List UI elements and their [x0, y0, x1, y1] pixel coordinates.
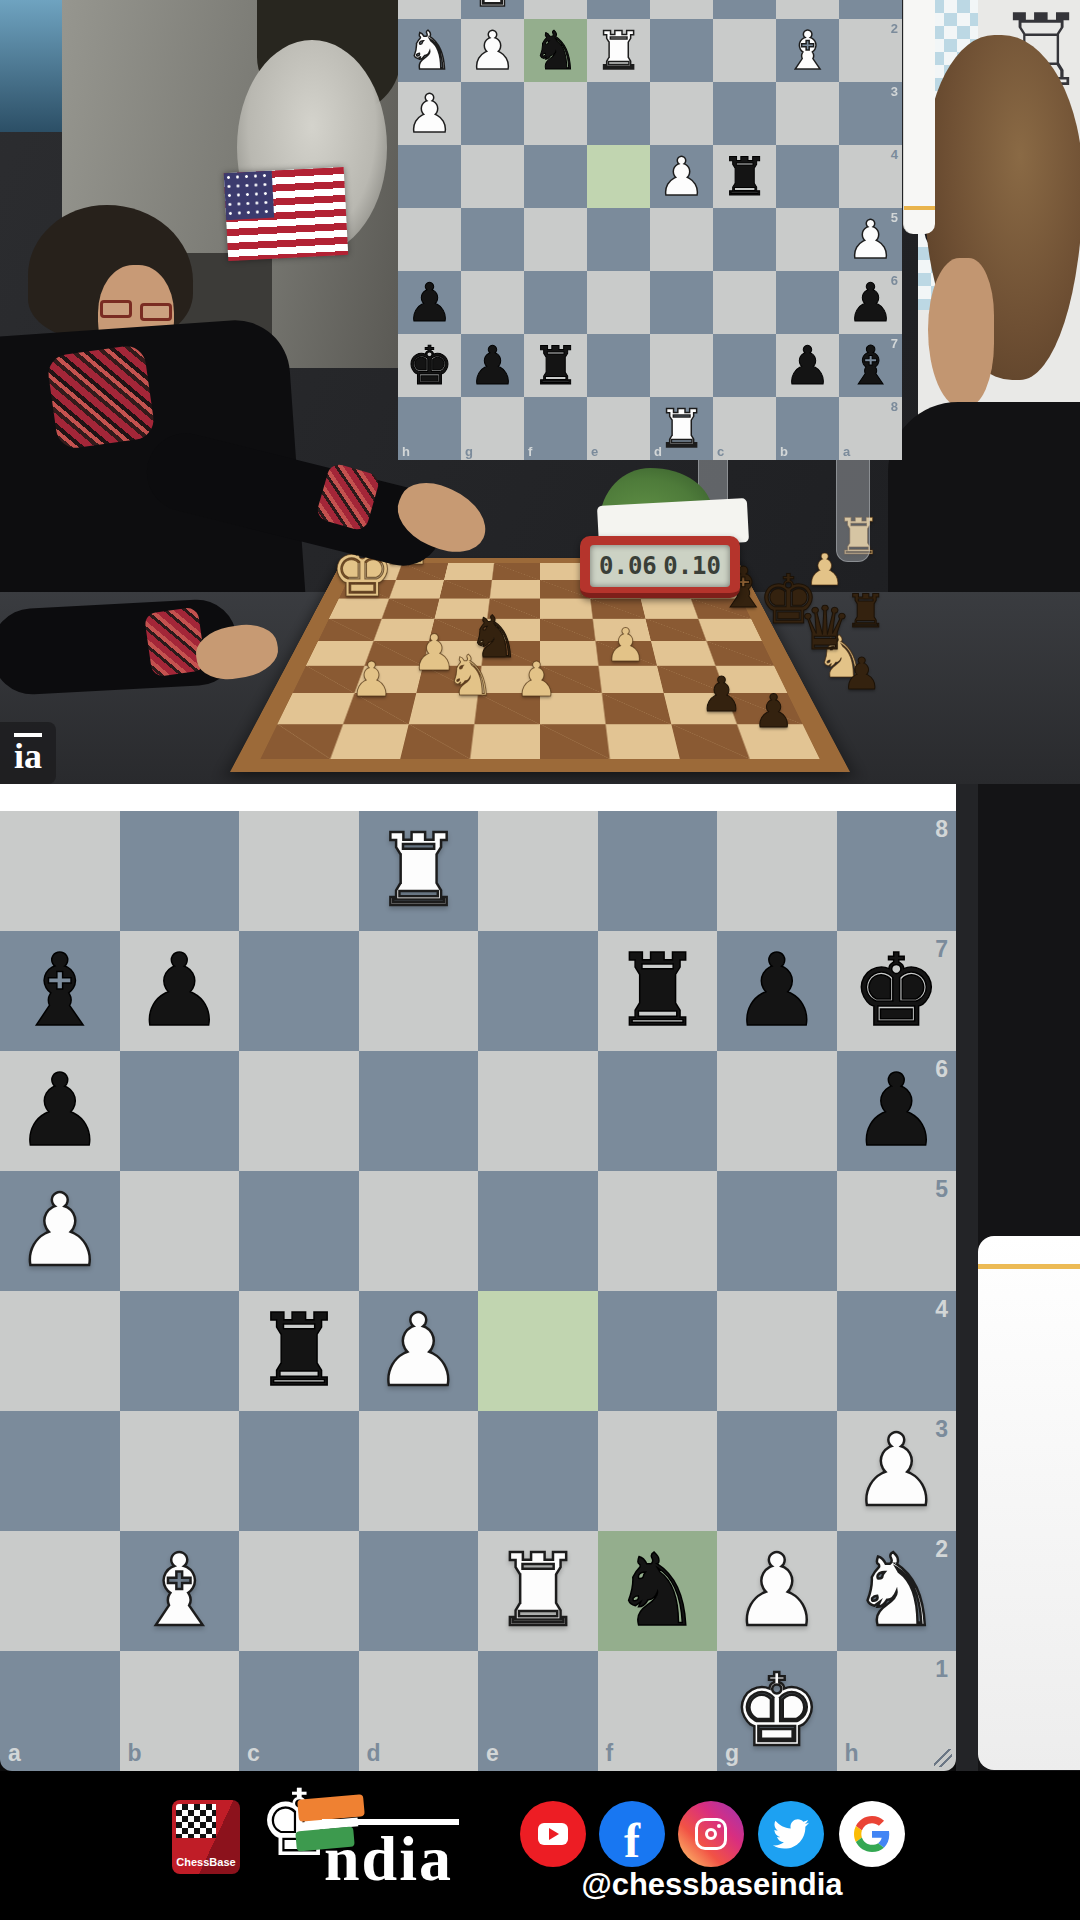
square-g1[interactable]: g♚	[717, 1651, 837, 1771]
square-a2[interactable]: 2	[839, 19, 902, 82]
clock-left-time: 0.06	[599, 552, 657, 580]
square-g8[interactable]: g	[461, 397, 524, 460]
square-c7[interactable]	[713, 334, 776, 397]
white-rook-d8[interactable]: ♜	[359, 811, 479, 931]
square-g3[interactable]	[717, 1411, 837, 1531]
clock-right-time: 0.10	[663, 552, 721, 580]
square-c4[interactable]: ♜	[239, 1291, 359, 1411]
glasses-left-lens	[100, 300, 132, 318]
square-b8[interactable]	[120, 811, 240, 931]
square-c6[interactable]	[713, 271, 776, 334]
white-pawn-d4[interactable]: ♟	[359, 1291, 479, 1411]
square-f5[interactable]	[524, 208, 587, 271]
square-g7[interactable]: ♟	[717, 931, 837, 1051]
file-label-e: e	[591, 444, 598, 459]
square-b2[interactable]: ♝	[120, 1531, 240, 1651]
square-a8[interactable]	[0, 811, 120, 931]
square-f7[interactable]: ♜	[524, 334, 587, 397]
twitter-bird-glyph	[773, 1816, 809, 1852]
square-d3[interactable]	[359, 1411, 479, 1531]
file-label-a: a	[843, 444, 850, 459]
square-g4[interactable]	[461, 145, 524, 208]
black-king-h7[interactable]: ♚	[398, 334, 461, 397]
square-h4[interactable]: 4	[837, 1291, 957, 1411]
google-g-glyph	[854, 1816, 890, 1852]
square-b1[interactable]: b	[120, 1651, 240, 1771]
square-f4[interactable]	[598, 1291, 718, 1411]
square-f3[interactable]	[598, 1411, 718, 1531]
accent-line	[904, 206, 935, 210]
white-knight-h2[interactable]: ♞	[398, 19, 461, 82]
square-d7[interactable]	[650, 334, 713, 397]
square-e6[interactable]	[478, 1051, 598, 1171]
india-logo-text: ndia	[322, 1819, 459, 1891]
square-d5[interactable]	[359, 1171, 479, 1291]
youtube-play-shape	[538, 1823, 568, 1845]
square-f6[interactable]	[524, 271, 587, 334]
square-a3[interactable]: 3	[839, 82, 902, 145]
square-e5[interactable]	[478, 1171, 598, 1291]
black-rook-c4[interactable]: ♜	[713, 145, 776, 208]
chessbase-logo-text: ChessBase	[172, 1856, 240, 1868]
square-c5[interactable]	[239, 1171, 359, 1291]
square-a7[interactable]: ♝	[0, 931, 120, 1051]
file-label-f: f	[606, 1740, 614, 1767]
square-g3[interactable]	[461, 82, 524, 145]
square-c2[interactable]	[239, 1531, 359, 1651]
wooden-cream-pawn: ♟	[515, 655, 558, 703]
white-king-g1[interactable]: ♚	[461, 0, 524, 19]
black-bishop-a7[interactable]: ♝	[0, 931, 120, 1051]
rank-label-2: 2	[891, 21, 898, 36]
square-a8[interactable]: 8a	[839, 397, 902, 460]
glasses-right-lens	[140, 303, 172, 321]
square-e5[interactable]	[587, 208, 650, 271]
instagram-camera-shape	[695, 1818, 727, 1850]
square-e4[interactable]	[587, 145, 650, 208]
black-king-h7[interactable]: ♚	[837, 931, 957, 1051]
left-player-cuff	[144, 607, 206, 678]
square-b7[interactable]: ♟	[120, 931, 240, 1051]
square-b5[interactable]	[120, 1171, 240, 1291]
square-b4[interactable]	[776, 145, 839, 208]
square-c3[interactable]	[713, 82, 776, 145]
square-d6[interactable]	[650, 271, 713, 334]
white-rook-e2[interactable]: ♜	[587, 19, 650, 82]
square-h4[interactable]	[398, 145, 461, 208]
file-label-c: c	[717, 444, 724, 459]
file-label-b: b	[128, 1740, 142, 1767]
black-pawn-b7[interactable]: ♟	[120, 931, 240, 1051]
square-a5[interactable]: 5♟	[839, 208, 902, 271]
square-h1[interactable]: 1h	[837, 1651, 957, 1771]
square-h2[interactable]: ♞	[398, 19, 461, 82]
square-h8[interactable]: h	[398, 397, 461, 460]
square-d6[interactable]	[359, 1051, 479, 1171]
white-pawn-d4[interactable]: ♟	[650, 145, 713, 208]
square-c3[interactable]	[239, 1411, 359, 1531]
file-label-e: e	[486, 1740, 499, 1767]
file-label-c: c	[247, 1740, 260, 1767]
white-rook-e2[interactable]: ♜	[478, 1531, 598, 1651]
side-panel-edge	[903, 0, 935, 234]
wooden-dark-knight: ♞	[468, 608, 520, 666]
square-h3[interactable]: ♟	[398, 82, 461, 145]
black-knight-f2[interactable]: ♞	[598, 1531, 718, 1651]
white-pawn-a5[interactable]: ♟	[0, 1171, 120, 1291]
square-b3[interactable]	[120, 1411, 240, 1531]
india-watermark: ia	[0, 722, 56, 784]
square-g1[interactable]: ♚	[461, 0, 524, 19]
instagram-icon[interactable]	[678, 1801, 744, 1867]
square-e1[interactable]	[587, 0, 650, 19]
square-e4[interactable]	[478, 1291, 598, 1411]
side-panel[interactable]	[978, 1236, 1080, 1770]
black-pawn-h6[interactable]: ♟	[837, 1051, 957, 1171]
square-g7[interactable]: ♟	[461, 334, 524, 397]
square-h3[interactable]: 3♟	[837, 1411, 957, 1531]
square-f5[interactable]	[598, 1171, 718, 1291]
social-handle: @chessbaseindia	[512, 1867, 912, 1903]
square-e3[interactable]	[587, 82, 650, 145]
wooden-dark-pawn: ♟	[842, 652, 881, 696]
square-f1[interactable]: f	[598, 1651, 718, 1771]
square-h7[interactable]: 7♚	[837, 931, 957, 1051]
square-e3[interactable]	[478, 1411, 598, 1531]
square-f3[interactable]	[524, 82, 587, 145]
square-c7[interactable]	[239, 931, 359, 1051]
rank-label-4: 4	[935, 1296, 948, 1323]
square-b5[interactable]	[776, 208, 839, 271]
wooden-dark-rook: ♜	[845, 588, 886, 634]
white-bishop-b2[interactable]: ♝	[120, 1531, 240, 1651]
branding-bar: ChessBase ♚ ndia f	[0, 1771, 1080, 1920]
square-h2[interactable]: 2♞	[837, 1531, 957, 1651]
play-triangle-icon	[549, 1828, 559, 1840]
white-pawn-g2[interactable]: ♟	[461, 19, 524, 82]
square-d3[interactable]	[650, 82, 713, 145]
square-g2[interactable]: ♟	[461, 19, 524, 82]
square-d7[interactable]	[359, 931, 479, 1051]
left-player-scarf	[46, 344, 156, 451]
square-h1[interactable]	[398, 0, 461, 19]
square-h8[interactable]: 8	[837, 811, 957, 931]
square-a1[interactable]: 1	[839, 0, 902, 19]
square-a5[interactable]: ♟	[0, 1171, 120, 1291]
square-g4[interactable]	[717, 1291, 837, 1411]
accent-line	[978, 1264, 1080, 1269]
file-label-d: d	[367, 1740, 381, 1767]
square-f4[interactable]	[524, 145, 587, 208]
square-f6[interactable]	[598, 1051, 718, 1171]
white-knight-h2[interactable]: ♞	[837, 1531, 957, 1651]
square-e1[interactable]: e	[478, 1651, 598, 1771]
square-d8[interactable]: d♜	[650, 397, 713, 460]
square-d4[interactable]: ♟	[359, 1291, 479, 1411]
square-b3[interactable]	[776, 82, 839, 145]
black-rook-f7[interactable]: ♜	[598, 931, 718, 1051]
square-d1[interactable]	[650, 0, 713, 19]
square-d1[interactable]: d	[359, 1651, 479, 1771]
square-e2[interactable]: ♜	[478, 1531, 598, 1651]
square-b6[interactable]	[776, 271, 839, 334]
board-resize-handle[interactable]	[934, 1749, 952, 1767]
square-c8[interactable]: c	[713, 397, 776, 460]
right-player-face	[928, 258, 994, 408]
square-d2[interactable]	[650, 19, 713, 82]
square-g5[interactable]	[461, 208, 524, 271]
us-flag-icon	[224, 167, 348, 261]
rank-label-1: 1	[935, 1656, 948, 1683]
file-label-a: a	[8, 1740, 21, 1767]
black-rook-f7[interactable]: ♜	[524, 334, 587, 397]
facebook-f-glyph: f	[624, 1813, 640, 1868]
square-f2[interactable]: ♞	[524, 19, 587, 82]
square-f1[interactable]	[524, 0, 587, 19]
square-c8[interactable]	[239, 811, 359, 931]
white-rook-d8[interactable]: ♜	[650, 397, 713, 460]
file-label-g: g	[465, 444, 473, 459]
black-pawn-g7[interactable]: ♟	[461, 334, 524, 397]
square-h5[interactable]: 5	[837, 1171, 957, 1291]
file-label-b: b	[780, 444, 788, 459]
chessbase-logo: ChessBase	[172, 1800, 240, 1874]
square-h6[interactable]: 6♟	[837, 1051, 957, 1171]
square-f8[interactable]	[598, 811, 718, 931]
square-c1[interactable]	[713, 0, 776, 19]
youtube-icon[interactable]	[520, 1801, 586, 1867]
square-c4[interactable]: ♜	[713, 145, 776, 208]
wooden-dark-pawn: ♟	[700, 670, 743, 718]
square-b7[interactable]: ♟	[776, 334, 839, 397]
square-g5[interactable]	[717, 1171, 837, 1291]
twitter-icon[interactable]	[758, 1801, 824, 1867]
file-label-f: f	[528, 444, 532, 459]
square-e7[interactable]	[478, 931, 598, 1051]
black-pawn-h6[interactable]: ♟	[398, 271, 461, 334]
white-pawn-h3[interactable]: ♟	[398, 82, 461, 145]
square-g2[interactable]: ♟	[717, 1531, 837, 1651]
white-bishop-b2[interactable]: ♝	[776, 19, 839, 82]
white-king-g1[interactable]: ♚	[717, 1651, 837, 1771]
stream-screenshot: ♖ ON ♛♚♟♞♟♟♟♜♟♞♞♝♚♛♟♟♟♜ 0.06 0.10	[0, 0, 1080, 1920]
white-pawn-a5[interactable]: ♟	[839, 208, 902, 271]
white-pawn-g2[interactable]: ♟	[717, 1531, 837, 1651]
clock-display: 0.06 0.10	[590, 545, 730, 587]
google-icon[interactable]	[839, 1801, 905, 1867]
square-g8[interactable]	[717, 811, 837, 931]
watermark-text: ia	[14, 733, 42, 774]
square-d5[interactable]	[650, 208, 713, 271]
square-a6[interactable]: ♟	[0, 1051, 120, 1171]
square-d4[interactable]: ♟	[650, 145, 713, 208]
square-a6[interactable]: 6♟	[839, 271, 902, 334]
square-c5[interactable]	[713, 208, 776, 271]
rank-label-8: 8	[891, 399, 898, 414]
black-bishop-a7[interactable]: ♝	[839, 334, 902, 397]
chess-clock: 0.06 0.10	[580, 536, 740, 598]
square-b8[interactable]: b	[776, 397, 839, 460]
square-f8[interactable]: f	[524, 397, 587, 460]
wooden-dark-pawn: ♟	[753, 688, 794, 734]
wooden-cream-pawn: ♟	[605, 622, 646, 668]
square-h5[interactable]	[398, 208, 461, 271]
video-frame: ♖ ON ♛♚♟♞♟♟♟♜♟♞♞♝♚♛♟♟♟♜ 0.06 0.10	[0, 0, 1080, 784]
square-a7[interactable]: 7♝	[839, 334, 902, 397]
square-b6[interactable]	[120, 1051, 240, 1171]
chessbase-india-logo: ♚ ndia	[258, 1779, 498, 1899]
square-c2[interactable]	[713, 19, 776, 82]
us-flag-canton	[224, 171, 274, 220]
square-b2[interactable]: ♝	[776, 19, 839, 82]
black-pawn-b7[interactable]: ♟	[776, 334, 839, 397]
square-e7[interactable]	[587, 334, 650, 397]
square-c6[interactable]	[239, 1051, 359, 1171]
instagram-lens	[705, 1828, 717, 1840]
board-edge-strip	[956, 784, 978, 1771]
square-a1[interactable]: a	[0, 1651, 120, 1771]
facebook-icon[interactable]: f	[599, 1801, 665, 1867]
black-rook-c4[interactable]: ♜	[239, 1291, 359, 1411]
square-h6[interactable]: ♟	[398, 271, 461, 334]
square-g6[interactable]	[717, 1051, 837, 1171]
square-c1[interactable]: c	[239, 1651, 359, 1771]
square-g6[interactable]	[461, 271, 524, 334]
rank-label-3: 3	[891, 84, 898, 99]
square-b4[interactable]	[120, 1291, 240, 1411]
square-a4[interactable]: 4	[839, 145, 902, 208]
square-a2[interactable]	[0, 1531, 120, 1651]
led-screen-edge	[0, 0, 64, 132]
square-b1[interactable]	[776, 0, 839, 19]
square-e6[interactable]	[587, 271, 650, 334]
black-knight-f2[interactable]: ♞	[524, 19, 587, 82]
black-pawn-a6[interactable]: ♟	[0, 1051, 120, 1171]
square-d2[interactable]	[359, 1531, 479, 1651]
overlay-chessboard[interactable]: ♚1♞♟♞♜♝2♟3♟♜45♟♟6♟♚♟♜♟7♝hgfed♜cb8a	[398, 0, 902, 460]
instagram-flash-dot	[717, 1824, 721, 1828]
black-pawn-g7[interactable]: ♟	[717, 931, 837, 1051]
square-a4[interactable]	[0, 1291, 120, 1411]
square-h7[interactable]: ♚	[398, 334, 461, 397]
white-pawn-h3[interactable]: ♟	[837, 1411, 957, 1531]
square-f7[interactable]: ♜	[598, 931, 718, 1051]
square-e8[interactable]	[478, 811, 598, 931]
file-label-h: h	[845, 1740, 859, 1767]
square-a3[interactable]	[0, 1411, 120, 1531]
main-chessboard[interactable]: ♜8♝♟♜♟7♚♟6♟♟5♜♟43♟♝♜♞♟2♞abcdefg♚1h	[0, 811, 956, 1771]
rank-label-8: 8	[935, 816, 948, 843]
square-d8[interactable]: ♜	[359, 811, 479, 931]
wooden-cream-pawn: ♟	[350, 655, 393, 703]
chessbase-checker-icon	[176, 1804, 216, 1838]
square-e2[interactable]: ♜	[587, 19, 650, 82]
rank-label-5: 5	[935, 1176, 948, 1203]
square-e8[interactable]: e	[587, 397, 650, 460]
square-f2[interactable]: ♞	[598, 1531, 718, 1651]
white-divider	[0, 784, 956, 811]
rank-label-4: 4	[891, 147, 898, 162]
file-label-h: h	[402, 444, 410, 459]
black-pawn-a6[interactable]: ♟	[839, 271, 902, 334]
